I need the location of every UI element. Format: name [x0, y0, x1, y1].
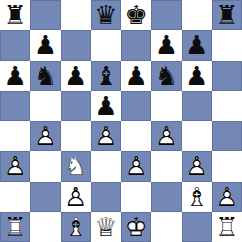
square-a2[interactable] [0, 182, 30, 212]
white-rook: ♜♖ [212, 212, 242, 242]
white-rook-glyph: ♖ [0, 212, 30, 242]
white-king-glyph: ♔ [121, 212, 151, 242]
white-pawn: ♟♙ [30, 121, 60, 151]
square-e6[interactable]: ♟ [121, 61, 151, 91]
black-rook: ♜ [212, 0, 242, 30]
white-queen-glyph: ♕ [91, 212, 121, 242]
square-c1[interactable]: ♝♗ [61, 212, 91, 242]
black-queen-glyph: ♛ [91, 0, 121, 30]
square-d2[interactable] [91, 182, 121, 212]
black-pawn: ♟ [121, 61, 151, 91]
square-d4[interactable]: ♟♙ [91, 121, 121, 151]
white-bishop: ♝♗ [61, 212, 91, 242]
square-g2[interactable]: ♝♗ [182, 182, 212, 212]
square-e1[interactable]: ♚♔ [121, 212, 151, 242]
white-pawn-glyph: ♙ [61, 182, 91, 212]
black-knight: ♞ [151, 61, 181, 91]
square-g4[interactable] [182, 121, 212, 151]
square-f4[interactable]: ♟♙ [151, 121, 181, 151]
square-h3[interactable] [212, 151, 242, 181]
square-f7[interactable]: ♟ [151, 30, 181, 60]
square-b3[interactable] [30, 151, 60, 181]
black-bishop-glyph: ♝ [91, 61, 121, 91]
white-pawn: ♟♙ [182, 151, 212, 181]
black-knight-glyph: ♞ [151, 61, 181, 91]
square-d1[interactable]: ♛♕ [91, 212, 121, 242]
white-pawn: ♟♙ [151, 121, 181, 151]
white-pawn-glyph: ♙ [30, 121, 60, 151]
black-pawn: ♟ [151, 30, 181, 60]
square-c3[interactable]: ♞♘ [61, 151, 91, 181]
square-f6[interactable]: ♞ [151, 61, 181, 91]
square-f2[interactable] [151, 182, 181, 212]
white-knight: ♞♘ [61, 151, 91, 181]
square-d7[interactable] [91, 30, 121, 60]
black-queen: ♛ [91, 0, 121, 30]
white-pawn: ♟♙ [121, 151, 151, 181]
square-g6[interactable]: ♟ [182, 61, 212, 91]
square-c7[interactable] [61, 30, 91, 60]
square-c8[interactable] [61, 0, 91, 30]
white-pawn-glyph: ♙ [182, 151, 212, 181]
white-queen: ♛♕ [91, 212, 121, 242]
black-pawn-glyph: ♟ [182, 61, 212, 91]
black-pawn: ♟ [30, 30, 60, 60]
square-f5[interactable] [151, 91, 181, 121]
white-pawn: ♟♙ [0, 151, 30, 181]
black-knight-glyph: ♞ [30, 61, 60, 91]
square-a8[interactable]: ♜ [0, 0, 30, 30]
black-bishop: ♝ [91, 61, 121, 91]
square-b4[interactable]: ♟♙ [30, 121, 60, 151]
square-a7[interactable] [0, 30, 30, 60]
square-d3[interactable] [91, 151, 121, 181]
square-d6[interactable]: ♝ [91, 61, 121, 91]
white-pawn-glyph: ♙ [121, 151, 151, 181]
black-pawn: ♟ [91, 91, 121, 121]
black-pawn-glyph: ♟ [151, 30, 181, 60]
square-h5[interactable] [212, 91, 242, 121]
square-g8[interactable] [182, 0, 212, 30]
square-g5[interactable] [182, 91, 212, 121]
white-pawn-glyph: ♙ [212, 182, 242, 212]
black-pawn-glyph: ♟ [61, 61, 91, 91]
white-knight-glyph: ♘ [61, 151, 91, 181]
black-rook-glyph: ♜ [0, 0, 30, 30]
square-f8[interactable] [151, 0, 181, 30]
black-king-glyph: ♚ [121, 0, 151, 30]
white-rook-glyph: ♖ [212, 212, 242, 242]
square-b5[interactable] [30, 91, 60, 121]
square-e4[interactable] [121, 121, 151, 151]
black-pawn-glyph: ♟ [91, 91, 121, 121]
square-h2[interactable]: ♟♙ [212, 182, 242, 212]
white-bishop: ♝♗ [182, 182, 212, 212]
black-pawn-glyph: ♟ [30, 30, 60, 60]
square-a4[interactable] [0, 121, 30, 151]
square-f1[interactable] [151, 212, 181, 242]
square-e3[interactable]: ♟♙ [121, 151, 151, 181]
square-g7[interactable]: ♟ [182, 30, 212, 60]
square-b7[interactable]: ♟ [30, 30, 60, 60]
square-e7[interactable] [121, 30, 151, 60]
square-a6[interactable]: ♟ [0, 61, 30, 91]
black-pawn-glyph: ♟ [182, 30, 212, 60]
white-pawn-glyph: ♙ [91, 121, 121, 151]
white-pawn: ♟♙ [212, 182, 242, 212]
white-pawn-glyph: ♙ [0, 151, 30, 181]
square-h1[interactable]: ♜♖ [212, 212, 242, 242]
square-e5[interactable] [121, 91, 151, 121]
square-h4[interactable] [212, 121, 242, 151]
black-rook-glyph: ♜ [212, 0, 242, 30]
square-b2[interactable] [30, 182, 60, 212]
white-bishop-glyph: ♗ [61, 212, 91, 242]
square-g3[interactable]: ♟♙ [182, 151, 212, 181]
black-pawn-glyph: ♟ [0, 61, 30, 91]
black-knight: ♞ [30, 61, 60, 91]
square-e2[interactable] [121, 182, 151, 212]
chess-board: ♜♛♚♜♟♟♟♟♞♟♝♟♞♟♟♟♙♟♙♟♙♟♙♞♘♟♙♟♙♟♙♝♗♟♙♜♖♝♗♛… [0, 0, 242, 242]
square-h7[interactable] [212, 30, 242, 60]
square-f3[interactable] [151, 151, 181, 181]
square-a3[interactable]: ♟♙ [0, 151, 30, 181]
black-pawn: ♟ [182, 30, 212, 60]
square-b6[interactable]: ♞ [30, 61, 60, 91]
square-c4[interactable] [61, 121, 91, 151]
square-c6[interactable]: ♟ [61, 61, 91, 91]
white-pawn: ♟♙ [91, 121, 121, 151]
square-c5[interactable] [61, 91, 91, 121]
square-d8[interactable]: ♛ [91, 0, 121, 30]
black-pawn: ♟ [61, 61, 91, 91]
square-a5[interactable] [0, 91, 30, 121]
white-rook: ♜♖ [0, 212, 30, 242]
black-pawn: ♟ [182, 61, 212, 91]
black-rook: ♜ [0, 0, 30, 30]
white-king: ♚♔ [121, 212, 151, 242]
white-pawn: ♟♙ [61, 182, 91, 212]
black-pawn: ♟ [0, 61, 30, 91]
square-b8[interactable] [30, 0, 60, 30]
white-pawn-glyph: ♙ [151, 121, 181, 151]
square-h6[interactable] [212, 61, 242, 91]
white-bishop-glyph: ♗ [182, 182, 212, 212]
square-a1[interactable]: ♜♖ [0, 212, 30, 242]
square-e8[interactable]: ♚ [121, 0, 151, 30]
black-king: ♚ [121, 0, 151, 30]
square-c2[interactable]: ♟♙ [61, 182, 91, 212]
square-g1[interactable] [182, 212, 212, 242]
square-d5[interactable]: ♟ [91, 91, 121, 121]
black-pawn-glyph: ♟ [121, 61, 151, 91]
square-b1[interactable] [30, 212, 60, 242]
square-h8[interactable]: ♜ [212, 0, 242, 30]
